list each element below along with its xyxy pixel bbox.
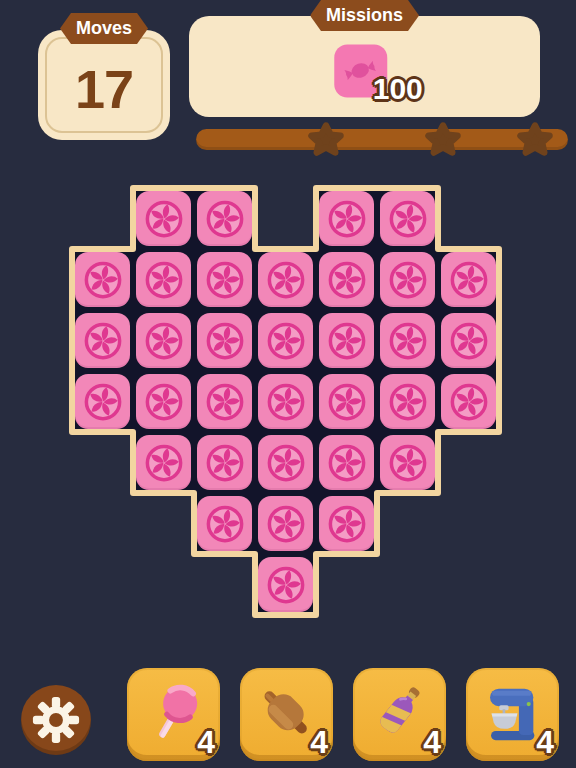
empty-cell-r7c6 <box>377 554 438 615</box>
swirl-candy-icon <box>143 259 185 301</box>
swirl-candy-icon <box>204 503 246 545</box>
candy-cell-r3c4[interactable] <box>255 310 316 371</box>
swirl-candy-icon <box>387 259 429 301</box>
swirl-candy-icon <box>82 320 124 362</box>
booster-mixer-button[interactable]: 4 <box>466 668 559 761</box>
empty-cell-r7c3 <box>194 554 255 615</box>
booster-lollipop-button[interactable]: 4 <box>127 668 220 761</box>
candy-cell-r3c5[interactable] <box>316 310 377 371</box>
empty-cell-r7c2 <box>133 554 194 615</box>
swirl-candy-icon <box>204 320 246 362</box>
booster-count: 4 <box>310 724 328 761</box>
candy-cell-r1c5[interactable] <box>316 188 377 249</box>
candy-cell-r2c2[interactable] <box>133 249 194 310</box>
candy-tile[interactable] <box>258 374 313 429</box>
booster-count: 4 <box>197 724 215 761</box>
empty-cell-r6c1 <box>72 493 133 554</box>
swirl-candy-icon <box>82 381 124 423</box>
candy-tile[interactable] <box>258 557 313 612</box>
swirl-candy-icon <box>326 198 368 240</box>
swirl-candy-icon <box>265 442 307 484</box>
candy-cell-r6c4[interactable] <box>255 493 316 554</box>
swirl-candy-icon <box>387 320 429 362</box>
candy-cell-r4c4[interactable] <box>255 371 316 432</box>
candy-cell-r3c3[interactable] <box>194 310 255 371</box>
swirl-candy-icon <box>82 259 124 301</box>
candy-tile[interactable] <box>319 374 374 429</box>
candy-cell-r2c4[interactable] <box>255 249 316 310</box>
candy-cell-r2c6[interactable] <box>377 249 438 310</box>
candy-tile[interactable] <box>75 252 130 307</box>
star-progress-bar <box>196 129 568 150</box>
swirl-candy-icon <box>265 503 307 545</box>
swirl-candy-icon <box>326 503 368 545</box>
candy-tile[interactable] <box>136 374 191 429</box>
candy-cell-r2c7[interactable] <box>438 249 499 310</box>
candy-cell-r5c3[interactable] <box>194 432 255 493</box>
candy-cell-r4c7[interactable] <box>438 371 499 432</box>
candy-cell-r4c1[interactable] <box>72 371 133 432</box>
empty-cell-r1c1 <box>72 188 133 249</box>
candy-cell-r1c3[interactable] <box>194 188 255 249</box>
star-icon <box>425 122 462 158</box>
candy-tile[interactable] <box>258 435 313 490</box>
candy-cell-r3c6[interactable] <box>377 310 438 371</box>
candy-cell-r6c5[interactable] <box>316 493 377 554</box>
candy-tile[interactable] <box>380 374 435 429</box>
mission-goal-count: 100 <box>373 71 423 105</box>
candy-cell-r1c2[interactable] <box>133 188 194 249</box>
empty-cell-r1c4 <box>255 188 316 249</box>
candy-tile[interactable] <box>380 191 435 246</box>
candy-tile[interactable] <box>136 313 191 368</box>
moves-label: Moves <box>76 18 132 38</box>
candy-tile[interactable] <box>258 496 313 551</box>
candy-cell-r4c2[interactable] <box>133 371 194 432</box>
swirl-candy-icon <box>143 442 185 484</box>
bottle-icon <box>365 679 431 745</box>
swirl-candy-icon <box>204 381 246 423</box>
candy-tile[interactable] <box>197 435 252 490</box>
swirl-candy-icon <box>204 442 246 484</box>
candy-tile[interactable] <box>319 313 374 368</box>
swirl-candy-icon <box>265 259 307 301</box>
candy-tile[interactable] <box>441 374 496 429</box>
mission-goal: 100 <box>334 44 387 97</box>
swirl-candy-icon <box>448 259 490 301</box>
rolling-pin-icon <box>252 679 318 745</box>
candy-cell-r4c3[interactable] <box>194 371 255 432</box>
lollipop-icon <box>139 679 205 745</box>
candy-tile[interactable] <box>197 496 252 551</box>
candy-cell-r2c5[interactable] <box>316 249 377 310</box>
empty-cell-r6c6 <box>377 493 438 554</box>
swirl-candy-icon <box>204 259 246 301</box>
candy-tile[interactable] <box>136 252 191 307</box>
candy-tile[interactable] <box>197 252 252 307</box>
candy-tile[interactable] <box>319 496 374 551</box>
candy-cell-r5c6[interactable] <box>377 432 438 493</box>
swirl-candy-icon <box>387 198 429 240</box>
candy-tile[interactable] <box>319 252 374 307</box>
empty-cell-r1c7 <box>438 188 499 249</box>
candy-tile[interactable] <box>319 435 374 490</box>
star-icon <box>308 122 345 158</box>
booster-rolling-pin-button[interactable]: 4 <box>240 668 333 761</box>
candy-tile[interactable] <box>380 435 435 490</box>
board-grid <box>72 188 499 615</box>
booster-bottle-button[interactable]: 4 <box>353 668 446 761</box>
candy-tile[interactable] <box>75 374 130 429</box>
missions-badge: Missions <box>310 0 419 31</box>
candy-tile[interactable] <box>136 435 191 490</box>
candy-cell-r3c1[interactable] <box>72 310 133 371</box>
swirl-candy-icon <box>143 198 185 240</box>
empty-cell-r5c7 <box>438 432 499 493</box>
swirl-candy-icon <box>265 564 307 606</box>
swirl-candy-icon <box>326 442 368 484</box>
candy-cell-r3c7[interactable] <box>438 310 499 371</box>
candy-cell-r4c5[interactable] <box>316 371 377 432</box>
candy-cell-r1c6[interactable] <box>377 188 438 249</box>
candy-cell-r5c5[interactable] <box>316 432 377 493</box>
candy-tile[interactable] <box>197 313 252 368</box>
booster-count: 4 <box>536 724 554 761</box>
candy-cell-r7c4[interactable] <box>255 554 316 615</box>
booster-count: 4 <box>423 724 441 761</box>
mixer-icon <box>478 679 544 745</box>
candy-tile[interactable] <box>197 191 252 246</box>
empty-cell-r7c5 <box>316 554 377 615</box>
swirl-candy-icon <box>387 442 429 484</box>
candy-tile[interactable] <box>441 313 496 368</box>
empty-cell-r6c7 <box>438 493 499 554</box>
candy-tile[interactable] <box>258 313 313 368</box>
candy-cell-r3c2[interactable] <box>133 310 194 371</box>
swirl-candy-icon <box>265 320 307 362</box>
swirl-candy-icon <box>448 320 490 362</box>
swirl-candy-icon <box>143 320 185 362</box>
empty-cell-r7c7 <box>438 554 499 615</box>
moves-panel: Moves 17 <box>38 30 170 140</box>
candy-tile[interactable] <box>319 191 374 246</box>
game-board <box>72 188 499 615</box>
moves-badge: Moves <box>60 13 148 44</box>
candy-cell-r5c2[interactable] <box>133 432 194 493</box>
candy-tile[interactable] <box>197 374 252 429</box>
swirl-candy-icon <box>143 381 185 423</box>
swirl-candy-icon <box>326 381 368 423</box>
swirl-candy-icon <box>326 320 368 362</box>
empty-cell-r6c2 <box>133 493 194 554</box>
gear-icon <box>32 696 80 744</box>
swirl-candy-icon <box>204 198 246 240</box>
missions-label: Missions <box>326 5 403 25</box>
empty-cell-r7c1 <box>72 554 133 615</box>
candy-cell-r5c4[interactable] <box>255 432 316 493</box>
game-screen: Moves 17 Missions 100 <box>0 0 576 768</box>
candy-tile[interactable] <box>380 252 435 307</box>
candy-tile[interactable] <box>75 313 130 368</box>
candy-tile[interactable] <box>136 191 191 246</box>
candy-tile[interactable] <box>258 252 313 307</box>
candy-cell-r2c1[interactable] <box>72 249 133 310</box>
candy-tile[interactable] <box>441 252 496 307</box>
swirl-candy-icon <box>265 381 307 423</box>
candy-cell-r2c3[interactable] <box>194 249 255 310</box>
swirl-candy-icon <box>326 259 368 301</box>
swirl-candy-icon <box>387 381 429 423</box>
candy-cell-r4c6[interactable] <box>377 371 438 432</box>
candy-cell-r6c3[interactable] <box>194 493 255 554</box>
star-icon <box>516 122 553 158</box>
moves-count: 17 <box>38 58 170 120</box>
swirl-candy-icon <box>448 381 490 423</box>
empty-cell-r5c1 <box>72 432 133 493</box>
candy-tile[interactable] <box>380 313 435 368</box>
missions-panel: Missions 100 <box>189 16 540 117</box>
settings-button[interactable] <box>21 685 91 755</box>
